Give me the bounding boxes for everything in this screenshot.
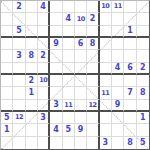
given-digit: 10 bbox=[101, 3, 109, 10]
cell-r9c11[interactable] bbox=[124, 100, 136, 112]
cell-r2c11[interactable] bbox=[124, 13, 136, 25]
cell-r11c11[interactable] bbox=[124, 124, 136, 136]
cell-r3c12[interactable] bbox=[137, 26, 149, 38]
cell-r8c2[interactable] bbox=[13, 87, 25, 99]
cell-r8c9[interactable]: 11 bbox=[100, 87, 112, 99]
cell-r9c1[interactable] bbox=[1, 100, 13, 112]
cell-r6c9[interactable] bbox=[100, 63, 112, 75]
cell-r2c3[interactable] bbox=[26, 13, 38, 25]
cell-r10c5[interactable] bbox=[50, 112, 62, 124]
given-digit: 10 bbox=[39, 77, 47, 84]
cell-r6c8[interactable] bbox=[87, 63, 99, 75]
cell-r1c4[interactable]: 4 bbox=[38, 1, 50, 13]
cell-r3c9[interactable] bbox=[100, 26, 112, 38]
cell-r4c10[interactable] bbox=[112, 38, 124, 50]
given-digit: 4 bbox=[115, 64, 121, 72]
cell-r9c9[interactable] bbox=[100, 100, 112, 112]
cell-r10c3[interactable] bbox=[26, 112, 38, 124]
cell-r11c5[interactable]: 4 bbox=[50, 124, 62, 136]
cell-r5c3[interactable]: 8 bbox=[26, 50, 38, 62]
cell-r9c7[interactable] bbox=[75, 100, 87, 112]
cell-r8c7[interactable] bbox=[75, 87, 87, 99]
cell-r5c9[interactable] bbox=[100, 50, 112, 62]
cell-r4c3[interactable] bbox=[26, 38, 38, 50]
cell-r11c4[interactable] bbox=[38, 124, 50, 136]
given-digit: 7 bbox=[127, 89, 133, 97]
cell-r2c2[interactable] bbox=[13, 13, 25, 25]
cell-r10c8[interactable] bbox=[87, 112, 99, 124]
cell-r1c11[interactable] bbox=[124, 1, 136, 13]
given-digit: 1 bbox=[127, 27, 133, 35]
cell-r4c4[interactable] bbox=[38, 38, 50, 50]
given-digit: 11 bbox=[114, 3, 122, 10]
given-digit: 6 bbox=[127, 64, 133, 72]
cell-r2c9[interactable] bbox=[100, 13, 112, 25]
cell-r12c6[interactable] bbox=[63, 137, 75, 149]
cell-r4c5[interactable]: 9 bbox=[50, 38, 62, 50]
cell-r9c6[interactable]: 11 bbox=[63, 100, 75, 112]
cell-r5c11[interactable] bbox=[124, 50, 136, 62]
cell-r2c4[interactable] bbox=[38, 13, 50, 25]
cell-r10c2[interactable]: 12 bbox=[13, 112, 25, 124]
cell-r4c6[interactable] bbox=[63, 38, 75, 50]
cell-r11c1[interactable]: 1 bbox=[1, 124, 13, 136]
cell-r11c9[interactable] bbox=[100, 124, 112, 136]
cell-r2c8[interactable]: 2 bbox=[87, 13, 99, 25]
cell-r7c2[interactable] bbox=[13, 75, 25, 87]
cell-r10c12[interactable]: 1 bbox=[137, 112, 149, 124]
cell-r2c1[interactable] bbox=[1, 13, 13, 25]
given-digit: 8 bbox=[140, 89, 146, 97]
cell-r8c11[interactable]: 7 bbox=[124, 87, 136, 99]
cell-r5c4[interactable]: 2 bbox=[38, 50, 50, 62]
cell-r1c6[interactable] bbox=[63, 1, 75, 13]
given-digit: 9 bbox=[53, 40, 59, 48]
cell-r4c7[interactable]: 6 bbox=[75, 38, 87, 50]
given-digit: 8 bbox=[90, 40, 96, 48]
cell-r11c3[interactable] bbox=[26, 124, 38, 136]
cell-r2c5[interactable] bbox=[50, 13, 62, 25]
sudoku-grid: 2410114102519683824622101117831112951231… bbox=[1, 1, 149, 149]
cell-r4c11[interactable] bbox=[124, 38, 136, 50]
given-digit: 9 bbox=[115, 101, 121, 109]
cell-r10c6[interactable] bbox=[63, 112, 75, 124]
cell-r9c2[interactable] bbox=[13, 100, 25, 112]
cell-r7c8[interactable] bbox=[87, 75, 99, 87]
given-digit: 1 bbox=[140, 114, 146, 122]
cell-r7c10[interactable] bbox=[112, 75, 124, 87]
cell-r10c7[interactable] bbox=[75, 112, 87, 124]
cell-r8c6[interactable] bbox=[63, 87, 75, 99]
given-digit: 3 bbox=[40, 114, 46, 122]
given-digit: 6 bbox=[78, 40, 84, 48]
cell-r5c7[interactable] bbox=[75, 50, 87, 62]
cell-r4c12[interactable] bbox=[137, 38, 149, 50]
cell-r7c7[interactable] bbox=[75, 75, 87, 87]
cell-r6c11[interactable]: 6 bbox=[124, 63, 136, 75]
sudoku-x-board: 2410114102519683824622101117831112951231… bbox=[0, 0, 150, 150]
cell-r1c12[interactable] bbox=[137, 1, 149, 13]
given-digit: 5 bbox=[140, 139, 146, 147]
cell-r4c8[interactable]: 8 bbox=[87, 38, 99, 50]
cell-r12c7[interactable] bbox=[75, 137, 87, 149]
cell-r12c5[interactable] bbox=[50, 137, 62, 149]
given-digit: 8 bbox=[127, 139, 133, 147]
cell-r6c1[interactable] bbox=[1, 63, 13, 75]
cell-r6c5[interactable] bbox=[50, 63, 62, 75]
cell-r6c7[interactable] bbox=[75, 63, 87, 75]
given-digit: 5 bbox=[4, 114, 10, 122]
cell-r1c3[interactable] bbox=[26, 1, 38, 13]
cell-r1c10[interactable]: 11 bbox=[112, 1, 124, 13]
cell-r3c10[interactable] bbox=[112, 26, 124, 38]
cell-r3c2[interactable]: 5 bbox=[13, 26, 25, 38]
cell-r6c2[interactable] bbox=[13, 63, 25, 75]
given-digit: 2 bbox=[90, 15, 96, 23]
cell-r5c2[interactable]: 3 bbox=[13, 50, 25, 62]
cell-r3c11[interactable]: 1 bbox=[124, 26, 136, 38]
cell-r9c4[interactable] bbox=[38, 100, 50, 112]
cell-r3c8[interactable] bbox=[87, 26, 99, 38]
cell-r5c1[interactable] bbox=[1, 50, 13, 62]
given-digit: 4 bbox=[66, 15, 72, 23]
cell-r5c5[interactable] bbox=[50, 50, 62, 62]
given-digit: 9 bbox=[78, 126, 84, 134]
cell-r9c5[interactable]: 3 bbox=[50, 100, 62, 112]
cell-r12c9[interactable]: 3 bbox=[100, 137, 112, 149]
cell-r1c1[interactable] bbox=[1, 1, 13, 13]
cell-r5c6[interactable] bbox=[63, 50, 75, 62]
cell-r7c5[interactable] bbox=[50, 75, 62, 87]
cell-r2c10[interactable] bbox=[112, 13, 124, 25]
cell-r1c2[interactable]: 2 bbox=[13, 1, 25, 13]
cell-r8c8[interactable] bbox=[87, 87, 99, 99]
cell-r8c1[interactable] bbox=[1, 87, 13, 99]
cell-r11c7[interactable]: 9 bbox=[75, 124, 87, 136]
cell-r3c3[interactable] bbox=[26, 26, 38, 38]
cell-r9c10[interactable]: 9 bbox=[112, 100, 124, 112]
cell-r11c8[interactable] bbox=[87, 124, 99, 136]
cell-r7c6[interactable] bbox=[63, 75, 75, 87]
cell-r7c4[interactable]: 10 bbox=[38, 75, 50, 87]
cell-r6c3[interactable] bbox=[26, 63, 38, 75]
cell-r8c10[interactable] bbox=[112, 87, 124, 99]
cell-r3c1[interactable] bbox=[1, 26, 13, 38]
cell-r8c12[interactable]: 8 bbox=[137, 87, 149, 99]
cell-r12c3[interactable] bbox=[26, 137, 38, 149]
cell-r10c10[interactable] bbox=[112, 112, 124, 124]
cell-r6c4[interactable] bbox=[38, 63, 50, 75]
cell-r8c3[interactable]: 1 bbox=[26, 87, 38, 99]
given-digit: 4 bbox=[53, 126, 59, 134]
cell-r5c12[interactable] bbox=[137, 50, 149, 62]
given-digit: 3 bbox=[103, 139, 109, 147]
given-digit: 5 bbox=[16, 27, 22, 35]
cell-r12c12[interactable]: 5 bbox=[137, 137, 149, 149]
cell-r5c10[interactable] bbox=[112, 50, 124, 62]
cell-r5c8[interactable] bbox=[87, 50, 99, 62]
given-digit: 3 bbox=[53, 101, 59, 109]
cell-r9c3[interactable] bbox=[26, 100, 38, 112]
cell-r3c7[interactable] bbox=[75, 26, 87, 38]
cell-r12c4[interactable] bbox=[38, 137, 50, 149]
cell-r10c4[interactable]: 3 bbox=[38, 112, 50, 124]
cell-r12c10[interactable] bbox=[112, 137, 124, 149]
cell-r12c2[interactable] bbox=[13, 137, 25, 149]
cell-r8c5[interactable] bbox=[50, 87, 62, 99]
given-digit: 8 bbox=[29, 52, 35, 60]
cell-r8c4[interactable] bbox=[38, 87, 50, 99]
cell-r6c10[interactable]: 4 bbox=[112, 63, 124, 75]
given-digit: 12 bbox=[15, 114, 23, 121]
cell-r1c5[interactable] bbox=[50, 1, 62, 13]
cell-r4c1[interactable] bbox=[1, 38, 13, 50]
cell-r9c8[interactable]: 12 bbox=[87, 100, 99, 112]
cell-r11c6[interactable]: 5 bbox=[63, 124, 75, 136]
given-digit: 3 bbox=[16, 52, 22, 60]
cell-r10c9[interactable] bbox=[100, 112, 112, 124]
cell-r1c8[interactable] bbox=[87, 1, 99, 13]
given-digit: 1 bbox=[29, 89, 35, 97]
cell-r6c12[interactable]: 2 bbox=[137, 63, 149, 75]
given-digit: 2 bbox=[40, 52, 46, 60]
given-digit: 2 bbox=[140, 64, 146, 72]
given-digit: 2 bbox=[16, 3, 22, 11]
cell-r11c10[interactable] bbox=[112, 124, 124, 136]
cell-r4c9[interactable] bbox=[100, 38, 112, 50]
cell-r12c8[interactable] bbox=[87, 137, 99, 149]
cell-r10c1[interactable]: 5 bbox=[1, 112, 13, 124]
given-digit: 1 bbox=[4, 126, 10, 134]
cell-r10c11[interactable] bbox=[124, 112, 136, 124]
given-digit: 2 bbox=[29, 77, 35, 85]
cell-r12c11[interactable]: 8 bbox=[124, 137, 136, 149]
cell-r1c7[interactable] bbox=[75, 1, 87, 13]
given-digit: 12 bbox=[88, 102, 96, 109]
cell-r11c12[interactable] bbox=[137, 124, 149, 136]
cell-r7c9[interactable] bbox=[100, 75, 112, 87]
given-digit: 10 bbox=[77, 16, 85, 23]
given-digit: 5 bbox=[66, 126, 72, 134]
cell-r7c12[interactable] bbox=[137, 75, 149, 87]
cell-r9c12[interactable] bbox=[137, 100, 149, 112]
given-digit: 11 bbox=[101, 90, 109, 97]
cell-r11c2[interactable] bbox=[13, 124, 25, 136]
cell-r6c6[interactable] bbox=[63, 63, 75, 75]
cell-r7c3[interactable]: 2 bbox=[26, 75, 38, 87]
cell-r2c12[interactable] bbox=[137, 13, 149, 25]
cell-r4c2[interactable] bbox=[13, 38, 25, 50]
given-digit: 11 bbox=[64, 102, 72, 109]
cell-r2c6[interactable]: 4 bbox=[63, 13, 75, 25]
cell-r7c11[interactable] bbox=[124, 75, 136, 87]
cell-r12c1[interactable] bbox=[1, 137, 13, 149]
cell-r2c7[interactable]: 10 bbox=[75, 13, 87, 25]
cell-r3c4[interactable] bbox=[38, 26, 50, 38]
cell-r1c9[interactable]: 10 bbox=[100, 1, 112, 13]
given-digit: 4 bbox=[40, 3, 46, 11]
cell-r3c5[interactable] bbox=[50, 26, 62, 38]
cell-r7c1[interactable] bbox=[1, 75, 13, 87]
cell-r3c6[interactable] bbox=[63, 26, 75, 38]
